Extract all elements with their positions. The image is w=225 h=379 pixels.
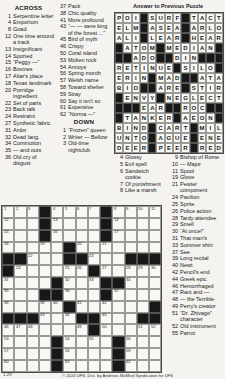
answer-black-cell: [190, 123, 198, 133]
puzzle-cell[interactable]: 7: [88, 206, 100, 218]
puzzle-cell[interactable]: [76, 336, 88, 348]
answer-cell: A: [132, 113, 140, 123]
puzzle-cell[interactable]: [88, 301, 100, 313]
puzzle-cell[interactable]: 22: [27, 253, 39, 265]
puzzle-cell[interactable]: 24: [14, 265, 26, 277]
puzzle-cell[interactable]: 52: [149, 324, 161, 336]
puzzle-cell[interactable]: [76, 277, 88, 289]
cell-number: 37: [114, 289, 119, 293]
puzzle-black-cell: [51, 360, 63, 372]
puzzle-cell[interactable]: [149, 230, 161, 242]
puzzle-black-cell: [51, 289, 63, 301]
cell-number: 40: [53, 301, 58, 305]
answer-cell: A: [198, 13, 206, 23]
clue-text: “Norma —”: [68, 111, 111, 117]
puzzle-cell[interactable]: 58: [63, 348, 75, 360]
puzzle-cell[interactable]: [137, 242, 149, 254]
puzzle-cell[interactable]: 32: [63, 277, 75, 289]
cell-number: 54: [65, 337, 70, 341]
clue-down-25: 25Sprite: [169, 201, 224, 207]
cell-number: 38: [4, 301, 9, 305]
puzzle-cell[interactable]: 49: [76, 324, 88, 336]
puzzle-black-cell: [88, 265, 100, 277]
puzzle-cell[interactable]: 12: [2, 218, 14, 230]
answer-cell: E: [215, 133, 223, 143]
puzzle-cell[interactable]: 18: [2, 242, 14, 254]
puzzle-cell[interactable]: [137, 218, 149, 230]
clue-text: — the Terrible: [180, 296, 224, 302]
clue-number: 24: [169, 194, 180, 200]
puzzle-cell[interactable]: 31: [2, 277, 14, 289]
answer-cell: K: [148, 113, 156, 123]
clue-number: 46: [169, 283, 180, 289]
puzzle-cell[interactable]: [76, 360, 88, 372]
puzzle-cell[interactable]: [39, 265, 51, 277]
answer-cell: E: [173, 43, 181, 53]
clue-down-39: 39Long recital: [169, 255, 224, 261]
puzzle-cell[interactable]: [76, 218, 88, 230]
answer-cell: T: [215, 13, 223, 23]
puzzle-cell[interactable]: [137, 336, 149, 348]
puzzle-cell[interactable]: 2: [14, 206, 26, 218]
puzzle-cell[interactable]: 39: [39, 301, 51, 313]
answer-cell: F: [173, 13, 181, 23]
puzzle-cell[interactable]: 8: [112, 206, 124, 218]
puzzle-cell[interactable]: [112, 253, 124, 265]
puzzle-cell[interactable]: 54: [63, 336, 75, 348]
puzzle-cell[interactable]: 6: [76, 206, 88, 218]
answer-cell: E: [173, 143, 181, 153]
clue-text: Smell: [180, 221, 224, 227]
puzzle-cell[interactable]: [27, 301, 39, 313]
puzzle-cell[interactable]: [14, 242, 26, 254]
puzzle-cell[interactable]: [125, 218, 137, 230]
clue-text: Old-time nightclub: [68, 140, 111, 152]
answer-cell: N: [132, 93, 140, 103]
puzzle-cell[interactable]: 47: [14, 324, 26, 336]
clue-down-24: 24Pavilion: [169, 194, 224, 200]
answer-cell: E: [190, 113, 198, 123]
puzzle-cell[interactable]: [88, 230, 100, 242]
clue-text: “— — were king of the forest ...”: [68, 23, 111, 35]
puzzle-cell[interactable]: [27, 218, 39, 230]
puzzle-cell[interactable]: 23: [88, 253, 100, 265]
answer-cell: A: [198, 73, 206, 83]
puzzle-cell[interactable]: [14, 301, 26, 313]
clue-number: 19: [169, 174, 180, 180]
puzzle-cell[interactable]: 43: [39, 313, 51, 325]
puzzle-cell[interactable]: [112, 324, 124, 336]
puzzle-cell[interactable]: [125, 230, 137, 242]
puzzle-black-cell: [137, 253, 149, 265]
clue-down-8: 8Like a marsh: [114, 187, 164, 193]
puzzle-cell[interactable]: 36: [63, 289, 75, 301]
answer-cell: O: [215, 23, 223, 33]
clue-text: Perry's creator: [180, 303, 224, 309]
cell-number: 47: [16, 325, 21, 329]
answer-cell: P: [115, 13, 123, 23]
puzzle-cell[interactable]: [14, 277, 26, 289]
clue-across-53: 53Molten rock: [57, 57, 111, 63]
clue-number: 5: [114, 161, 125, 167]
answer-black-cell: [156, 93, 164, 103]
answer-black-cell: [148, 83, 156, 93]
clue-text: Bishop of Rome: [180, 154, 224, 160]
puzzle-cell[interactable]: 51: [137, 324, 149, 336]
clue-across-22: 22Set of parts: [2, 100, 55, 106]
answer-black-cell: [181, 23, 189, 33]
puzzle-cell[interactable]: [149, 336, 161, 348]
puzzle-cell[interactable]: [137, 289, 149, 301]
puzzle-cell[interactable]: [39, 277, 51, 289]
puzzle-cell[interactable]: 27: [100, 265, 112, 277]
clue-number: 35: [2, 147, 13, 153]
puzzle-cell[interactable]: [76, 348, 88, 360]
clue-text: Writer — Bellow: [68, 134, 111, 140]
clue-text: Serpentine letter: [13, 13, 55, 19]
clue-number: 27: [2, 120, 13, 126]
puzzle-cell[interactable]: 28: [125, 265, 137, 277]
puzzle-cell[interactable]: 38: [2, 301, 14, 313]
clue-across-27: 27Synthetic fabric: [2, 120, 55, 126]
crossword-page: ACROSS1Serpentine letter4Emporium8Goad12…: [0, 0, 225, 379]
answer-black-cell: [190, 143, 198, 153]
puzzle-cell[interactable]: 56: [125, 336, 137, 348]
clue-across-24: 24Restraint: [2, 113, 55, 119]
puzzle-cell[interactable]: [51, 313, 63, 325]
puzzle-cell[interactable]: [63, 324, 75, 336]
puzzle-cell[interactable]: [88, 360, 100, 372]
clue-text: Porridge ingredient: [13, 87, 55, 99]
clue-across-20: 20Porridge ingredient: [2, 87, 55, 99]
clue-down-42: 42Pencil's end: [169, 269, 224, 275]
puzzle-cell[interactable]: [39, 360, 51, 372]
puzzle-cell[interactable]: 44: [63, 313, 75, 325]
puzzle-cell[interactable]: 26: [76, 265, 88, 277]
puzzle-cell[interactable]: [100, 253, 112, 265]
clue-across-13: 13Insignificant: [2, 46, 55, 52]
puzzle-cell[interactable]: [63, 230, 75, 242]
clue-number: 16: [2, 66, 13, 72]
cell-number: 48: [28, 325, 33, 329]
cell-number: 15: [4, 230, 9, 234]
answer-cell: N: [165, 93, 173, 103]
puzzle-cell[interactable]: [27, 336, 39, 348]
answer-cell: O: [140, 43, 148, 53]
puzzle-cell[interactable]: [27, 242, 39, 254]
answer-cell: U: [115, 133, 123, 143]
puzzle-cell[interactable]: 17: [112, 230, 124, 242]
clue-number: 46: [57, 43, 68, 49]
puzzle-cell[interactable]: [51, 253, 63, 265]
puzzle-black-cell: [100, 289, 112, 301]
clue-text: See: [180, 249, 224, 255]
puzzle-cell[interactable]: [125, 289, 137, 301]
puzzle-cell[interactable]: 16: [51, 230, 63, 242]
clue-number: 29: [169, 221, 180, 227]
clue-number: 58: [57, 84, 68, 90]
puzzle-cell[interactable]: [149, 277, 161, 289]
puzzle-cell[interactable]: 11: [149, 206, 161, 218]
puzzle-cell[interactable]: 53: [2, 336, 14, 348]
puzzle-cell[interactable]: [125, 313, 137, 325]
answer-cell: S: [181, 63, 189, 73]
cell-number: 16: [53, 230, 58, 234]
puzzle-cell[interactable]: [39, 348, 51, 360]
answer-cell: E: [198, 93, 206, 103]
answer-cell: A: [156, 133, 164, 143]
cell-number: 5: [65, 207, 67, 211]
answer-cell: A: [165, 33, 173, 43]
puzzle-black-cell: [2, 253, 14, 265]
puzzle-cell[interactable]: 30: [149, 265, 161, 277]
puzzle-cell[interactable]: [137, 230, 149, 242]
puzzle-cell[interactable]: [125, 301, 137, 313]
puzzle-cell[interactable]: 34: [125, 277, 137, 289]
puzzle-cell[interactable]: [149, 348, 161, 360]
clue-text: Coral island: [68, 50, 111, 56]
puzzle-cell[interactable]: [27, 265, 39, 277]
puzzle-cell[interactable]: 9: [125, 206, 137, 218]
answer-cell: S: [156, 23, 164, 33]
clue-number: 39: [169, 255, 180, 261]
puzzle-cell[interactable]: [27, 348, 39, 360]
puzzle-cell[interactable]: 61: [63, 360, 75, 372]
puzzle-cell[interactable]: [125, 242, 137, 254]
puzzle-cell[interactable]: 10: [137, 206, 149, 218]
answer-cell: R: [198, 23, 206, 33]
puzzle-cell[interactable]: [137, 301, 149, 313]
puzzle-cell[interactable]: 3: [27, 206, 39, 218]
clue-text: Say it isn't so: [68, 98, 111, 104]
clue-number: 12: [2, 33, 13, 45]
answer-black-cell: [198, 53, 206, 63]
puzzle-black-cell: [63, 301, 75, 313]
answer-cell: E: [156, 113, 164, 123]
puzzle-cell[interactable]: 20: [76, 242, 88, 254]
cell-number: 13: [53, 218, 58, 222]
clue-across-8: 8Goad: [2, 26, 55, 32]
clue-down-55: 55Parrot: [169, 330, 224, 336]
clue-number: 20: [2, 87, 13, 99]
clue-text: Stray: [68, 91, 111, 97]
clue-number: 13: [2, 46, 13, 52]
down-clues-column-3: 4Glossy5Evil spell6Sandwich cookie7Of pu…: [114, 154, 164, 194]
puzzle-cell[interactable]: [27, 289, 39, 301]
puzzle-cell[interactable]: 13: [51, 218, 63, 230]
puzzle-cell[interactable]: 48: [27, 324, 39, 336]
clue-across-23: 23Back talk: [2, 106, 55, 112]
answer-cell: L: [190, 93, 198, 103]
puzzle-cell[interactable]: 37: [112, 289, 124, 301]
answer-cell: R: [173, 123, 181, 133]
answer-black-cell: [173, 63, 181, 73]
answer-black-cell: [181, 73, 189, 83]
puzzle-cell[interactable]: [112, 265, 124, 277]
clue-number: 23: [2, 106, 13, 112]
puzzle-cell[interactable]: [27, 360, 39, 372]
clue-text: Expensive: [68, 104, 111, 110]
puzzle-cell[interactable]: [39, 336, 51, 348]
puzzle-cell[interactable]: [88, 289, 100, 301]
cell-number: 60: [4, 360, 9, 364]
clue-text: — and outs: [13, 147, 55, 153]
puzzle-black-cell: [76, 313, 88, 325]
puzzle-black-cell: [100, 277, 112, 289]
puzzle-cell[interactable]: 50: [100, 324, 112, 336]
puzzle-cell[interactable]: [14, 348, 26, 360]
puzzle-cell[interactable]: [112, 313, 124, 325]
puzzle-cell[interactable]: 33: [88, 277, 100, 289]
puzzle-cell[interactable]: [100, 360, 112, 372]
answer-cell: I: [132, 73, 140, 83]
clue-down-6: 6Sandwich cookie: [114, 168, 164, 180]
answer-cell: C: [206, 93, 214, 103]
puzzle-cell[interactable]: [51, 265, 63, 277]
answer-black-cell: [140, 23, 148, 33]
cell-number: 2: [16, 207, 18, 211]
puzzle-cell[interactable]: 59: [125, 348, 137, 360]
puzzle-cell[interactable]: [149, 360, 161, 372]
cell-number: 36: [65, 289, 70, 293]
puzzle-cell[interactable]: [76, 230, 88, 242]
clue-text: Welsh name: [68, 77, 111, 83]
clue-text: Pack: [68, 3, 111, 9]
answer-cell: D: [215, 143, 223, 153]
clue-text: Hemorrhaged: [180, 283, 224, 289]
puzzle-cell[interactable]: [63, 218, 75, 230]
puzzle-cell[interactable]: [51, 324, 63, 336]
puzzle-cell[interactable]: 25: [63, 265, 75, 277]
clue-number: 53: [57, 57, 68, 63]
puzzle-cell[interactable]: 42: [100, 301, 112, 313]
puzzle-cell[interactable]: 4: [51, 206, 63, 218]
puzzle-cell[interactable]: 57: [2, 348, 14, 360]
puzzle-cell[interactable]: [76, 289, 88, 301]
across-down-clues-column-2: 37Pack38Chic quality41More profound43“— …: [57, 3, 111, 153]
puzzle-cell[interactable]: 41: [76, 301, 88, 313]
puzzle-cell[interactable]: [149, 289, 161, 301]
puzzle-cell[interactable]: 62: [125, 360, 137, 372]
clue-number: 56: [57, 70, 68, 76]
puzzle-cell[interactable]: 60: [2, 360, 14, 372]
puzzle-cell[interactable]: [88, 218, 100, 230]
clue-text: Evil spell: [125, 161, 164, 167]
across-header: ACROSS: [2, 4, 55, 11]
puzzle-cell[interactable]: [14, 218, 26, 230]
answer-black-cell: [115, 43, 123, 53]
answer-cell: S: [190, 83, 198, 93]
answer-cell: D: [181, 43, 189, 53]
answer-cell: E: [115, 73, 123, 83]
puzzle-cell[interactable]: [27, 230, 39, 242]
answer-cell: T: [132, 133, 140, 143]
puzzle-cell[interactable]: 14: [112, 218, 124, 230]
puzzle-cell[interactable]: [88, 348, 100, 360]
puzzle-cell[interactable]: [14, 360, 26, 372]
clue-number: 62: [57, 111, 68, 117]
puzzle-cell[interactable]: [149, 242, 161, 254]
clue-across-16: 16Bovines: [2, 66, 55, 72]
answer-black-cell: [115, 103, 123, 113]
clue-number: 31: [169, 235, 180, 241]
puzzle-cell[interactable]: 19: [39, 242, 51, 254]
puzzle-cell[interactable]: 21: [100, 242, 112, 254]
answer-cell: E: [123, 93, 131, 103]
clue-text: Emporium: [13, 19, 55, 25]
clue-down-33: 33Summer shirt: [169, 242, 224, 248]
answer-black-cell: [123, 53, 131, 63]
puzzle-cell[interactable]: [125, 324, 137, 336]
puzzle-cell[interactable]: [100, 348, 112, 360]
answer-cell: C: [206, 13, 214, 23]
puzzle-cell[interactable]: [14, 336, 26, 348]
answer-cell: T: [215, 93, 223, 103]
puzzle-cell[interactable]: 15: [2, 230, 14, 242]
puzzle-cell[interactable]: [149, 218, 161, 230]
puzzle-cell[interactable]: 1: [2, 206, 14, 218]
puzzle-cell[interactable]: [39, 253, 51, 265]
puzzle-cell[interactable]: 45: [100, 313, 112, 325]
clue-across-15: 15“Peggy —”: [2, 59, 55, 65]
puzzle-cell[interactable]: [39, 324, 51, 336]
clue-text: That man's: [180, 235, 224, 241]
answer-cell: R: [181, 143, 189, 153]
puzzle-cell[interactable]: 29: [137, 265, 149, 277]
puzzle-cell[interactable]: [137, 277, 149, 289]
puzzle-cell[interactable]: [112, 301, 124, 313]
puzzle-black-cell: [63, 253, 75, 265]
puzzle-cell[interactable]: 5: [63, 206, 75, 218]
puzzle-cell[interactable]: 55: [88, 336, 100, 348]
cell-number: 18: [4, 242, 9, 246]
cell-number: 29: [138, 266, 143, 270]
puzzle-cell[interactable]: 46: [2, 324, 14, 336]
cell-number: 17: [114, 230, 119, 234]
clue-text: Chic quality: [68, 10, 111, 16]
clue-text: “Frozen” queen: [68, 127, 111, 133]
puzzle-black-cell: [27, 313, 39, 325]
puzzle-cell[interactable]: [51, 242, 63, 254]
clue-across-54: 54Annoys: [57, 64, 111, 70]
answer-cell: N: [206, 133, 214, 143]
puzzle-cell[interactable]: [100, 336, 112, 348]
answer-black-cell: [140, 33, 148, 43]
answer-black-cell: [165, 103, 173, 113]
answer-cell: A: [132, 53, 140, 63]
clue-across-59: 59Stray: [57, 91, 111, 97]
answer-cell: I: [123, 83, 131, 93]
puzzle-cell[interactable]: [137, 348, 149, 360]
puzzle-cell[interactable]: [88, 242, 100, 254]
answer-cell: R: [156, 103, 164, 113]
puzzle-cell[interactable]: [14, 289, 26, 301]
puzzle-cell[interactable]: [137, 360, 149, 372]
puzzle-cell[interactable]: 35: [2, 289, 14, 301]
clue-number: 1: [57, 127, 68, 133]
answer-black-cell: [190, 133, 198, 143]
answer-black-cell: [173, 113, 181, 123]
answer-cell: A: [173, 23, 181, 33]
clue-text: “At once!”: [180, 228, 224, 234]
answer-black-cell: [215, 113, 223, 123]
puzzle-cell[interactable]: [27, 277, 39, 289]
puzzle-cell[interactable]: 40: [51, 301, 63, 313]
puzzle-cell[interactable]: [14, 230, 26, 242]
clue-number: 60: [57, 98, 68, 104]
clue-number: 24: [2, 113, 13, 119]
puzzle-cell[interactable]: [112, 242, 124, 254]
